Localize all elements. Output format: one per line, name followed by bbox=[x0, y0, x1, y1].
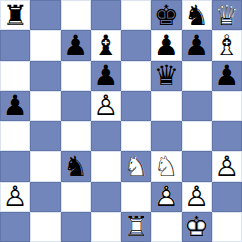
square-b2[interactable] bbox=[30, 182, 60, 212]
white-knight-outline: ♘ bbox=[121, 151, 151, 181]
square-e1[interactable]: ♜♖ bbox=[121, 212, 151, 242]
square-a2[interactable]: ♟♙ bbox=[0, 182, 30, 212]
white-knight-outline: ♘ bbox=[151, 151, 181, 181]
black-knight-glyph: ♞ bbox=[61, 151, 91, 181]
black-pawn-glyph: ♟ bbox=[151, 30, 181, 60]
square-h7[interactable]: ♝♗ bbox=[212, 30, 242, 60]
square-g5[interactable] bbox=[182, 91, 212, 121]
square-h4[interactable] bbox=[212, 121, 242, 151]
piece-black-knight[interactable]: ♞ bbox=[61, 151, 91, 181]
square-e6[interactable] bbox=[121, 61, 151, 91]
piece-black-rook[interactable]: ♜ bbox=[0, 0, 30, 30]
piece-white-pawn[interactable]: ♟♙ bbox=[151, 182, 181, 212]
piece-black-pawn[interactable]: ♟ bbox=[91, 61, 121, 91]
square-a4[interactable] bbox=[0, 121, 30, 151]
square-e8[interactable] bbox=[121, 0, 151, 30]
square-a1[interactable] bbox=[0, 212, 30, 242]
piece-white-pawn[interactable]: ♟♙ bbox=[212, 151, 242, 181]
white-pawn-outline: ♙ bbox=[151, 182, 181, 212]
square-f5[interactable] bbox=[151, 91, 181, 121]
white-bishop-outline: ♗ bbox=[212, 30, 242, 60]
square-d5[interactable]: ♟♙ bbox=[91, 91, 121, 121]
piece-white-pawn[interactable]: ♟♙ bbox=[182, 182, 212, 212]
square-f2[interactable]: ♟♙ bbox=[151, 182, 181, 212]
square-c8[interactable] bbox=[61, 0, 91, 30]
piece-black-pawn[interactable]: ♟ bbox=[151, 30, 181, 60]
black-queen-glyph: ♛ bbox=[151, 61, 181, 91]
piece-white-queen[interactable]: ♛♕ bbox=[212, 0, 242, 30]
square-g8[interactable]: ♞ bbox=[182, 0, 212, 30]
piece-black-queen[interactable]: ♛ bbox=[151, 61, 181, 91]
square-e4[interactable] bbox=[121, 121, 151, 151]
square-a7[interactable] bbox=[0, 30, 30, 60]
square-f4[interactable] bbox=[151, 121, 181, 151]
square-h6[interactable]: ♟ bbox=[212, 61, 242, 91]
square-e2[interactable] bbox=[121, 182, 151, 212]
piece-black-knight[interactable]: ♞ bbox=[182, 0, 212, 30]
square-h8[interactable]: ♛♕ bbox=[212, 0, 242, 30]
square-c6[interactable] bbox=[61, 61, 91, 91]
square-c5[interactable] bbox=[61, 91, 91, 121]
square-b3[interactable] bbox=[30, 151, 60, 181]
white-king-outline: ♔ bbox=[182, 212, 212, 242]
square-d7[interactable]: ♝ bbox=[91, 30, 121, 60]
piece-white-king[interactable]: ♚♔ bbox=[182, 212, 212, 242]
piece-black-pawn[interactable]: ♟ bbox=[212, 61, 242, 91]
square-f1[interactable] bbox=[151, 212, 181, 242]
square-c7[interactable]: ♟ bbox=[61, 30, 91, 60]
square-d3[interactable] bbox=[91, 151, 121, 181]
black-bishop-glyph: ♝ bbox=[91, 30, 121, 60]
square-d2[interactable] bbox=[91, 182, 121, 212]
square-g1[interactable]: ♚♔ bbox=[182, 212, 212, 242]
square-a8[interactable]: ♜ bbox=[0, 0, 30, 30]
square-e7[interactable] bbox=[121, 30, 151, 60]
square-h3[interactable]: ♟♙ bbox=[212, 151, 242, 181]
black-pawn-glyph: ♟ bbox=[61, 30, 91, 60]
square-g7[interactable]: ♟ bbox=[182, 30, 212, 60]
square-b1[interactable] bbox=[30, 212, 60, 242]
black-king-glyph: ♚ bbox=[151, 0, 181, 30]
piece-black-king[interactable]: ♚ bbox=[151, 0, 181, 30]
square-b7[interactable] bbox=[30, 30, 60, 60]
black-pawn-glyph: ♟ bbox=[212, 61, 242, 91]
square-b6[interactable] bbox=[30, 61, 60, 91]
square-e3[interactable]: ♞♘ bbox=[121, 151, 151, 181]
square-c1[interactable] bbox=[61, 212, 91, 242]
piece-white-pawn[interactable]: ♟♙ bbox=[91, 91, 121, 121]
square-a3[interactable] bbox=[0, 151, 30, 181]
square-c4[interactable] bbox=[61, 121, 91, 151]
chess-board: ♜♚♞♛♕♟♝♟♟♝♗♟♛♟♟♟♙♞♞♘♞♘♟♙♟♙♟♙♟♙♜♖♚♔ bbox=[0, 0, 242, 242]
piece-black-pawn[interactable]: ♟ bbox=[0, 91, 30, 121]
square-f3[interactable]: ♞♘ bbox=[151, 151, 181, 181]
square-e5[interactable] bbox=[121, 91, 151, 121]
square-g6[interactable] bbox=[182, 61, 212, 91]
black-knight-glyph: ♞ bbox=[182, 0, 212, 30]
square-c2[interactable] bbox=[61, 182, 91, 212]
white-queen-outline: ♕ bbox=[212, 0, 242, 30]
square-f7[interactable]: ♟ bbox=[151, 30, 181, 60]
square-h5[interactable] bbox=[212, 91, 242, 121]
piece-black-pawn[interactable]: ♟ bbox=[61, 30, 91, 60]
square-d1[interactable] bbox=[91, 212, 121, 242]
square-g3[interactable] bbox=[182, 151, 212, 181]
square-h2[interactable] bbox=[212, 182, 242, 212]
piece-black-bishop[interactable]: ♝ bbox=[91, 30, 121, 60]
piece-white-knight[interactable]: ♞♘ bbox=[121, 151, 151, 181]
square-g4[interactable] bbox=[182, 121, 212, 151]
square-c3[interactable]: ♞ bbox=[61, 151, 91, 181]
piece-white-rook[interactable]: ♜♖ bbox=[121, 212, 151, 242]
piece-black-pawn[interactable]: ♟ bbox=[182, 30, 212, 60]
square-g2[interactable]: ♟♙ bbox=[182, 182, 212, 212]
square-b5[interactable] bbox=[30, 91, 60, 121]
white-pawn-outline: ♙ bbox=[182, 182, 212, 212]
black-pawn-glyph: ♟ bbox=[91, 61, 121, 91]
piece-white-bishop[interactable]: ♝♗ bbox=[212, 30, 242, 60]
square-d8[interactable] bbox=[91, 0, 121, 30]
piece-white-knight[interactable]: ♞♘ bbox=[151, 151, 181, 181]
square-f6[interactable]: ♛ bbox=[151, 61, 181, 91]
square-h1[interactable] bbox=[212, 212, 242, 242]
black-pawn-glyph: ♟ bbox=[0, 91, 30, 121]
square-d6[interactable]: ♟ bbox=[91, 61, 121, 91]
square-a6[interactable] bbox=[0, 61, 30, 91]
square-f8[interactable]: ♚ bbox=[151, 0, 181, 30]
white-rook-outline: ♖ bbox=[121, 212, 151, 242]
white-pawn-outline: ♙ bbox=[212, 151, 242, 181]
black-pawn-glyph: ♟ bbox=[182, 30, 212, 60]
square-a5[interactable]: ♟ bbox=[0, 91, 30, 121]
square-b4[interactable] bbox=[30, 121, 60, 151]
square-d4[interactable] bbox=[91, 121, 121, 151]
black-rook-glyph: ♜ bbox=[0, 0, 30, 30]
board-screenshot: ♜♚♞♛♕♟♝♟♟♝♗♟♛♟♟♟♙♞♞♘♞♘♟♙♟♙♟♙♟♙♜♖♚♔ bbox=[0, 0, 242, 242]
white-pawn-outline: ♙ bbox=[0, 182, 30, 212]
piece-white-pawn[interactable]: ♟♙ bbox=[0, 182, 30, 212]
square-b8[interactable] bbox=[30, 0, 60, 30]
white-pawn-outline: ♙ bbox=[91, 91, 121, 121]
